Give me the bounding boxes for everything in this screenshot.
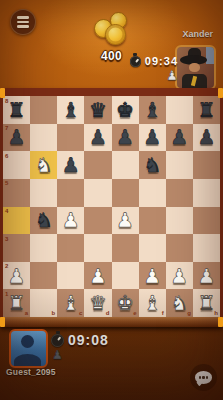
square-a6[interactable]: 6 — [3, 151, 30, 179]
board-corner-accent — [0, 317, 5, 327]
piece-white-pawn: ♟ — [62, 210, 80, 230]
square-f8[interactable]: ♝ — [139, 96, 166, 124]
square-e2[interactable] — [112, 262, 139, 290]
square-c3[interactable] — [57, 234, 84, 262]
square-b7[interactable] — [30, 124, 57, 152]
piece-white-king: ♚ — [116, 293, 134, 313]
square-a3[interactable]: 3 — [3, 234, 30, 262]
square-e4[interactable]: ♟ — [112, 207, 139, 235]
rank-label-1: 1 — [5, 291, 8, 297]
square-b6[interactable]: ♞ — [30, 151, 57, 179]
player-avatar[interactable] — [9, 329, 48, 368]
square-g1[interactable]: g♞ — [166, 289, 193, 317]
square-e3[interactable] — [112, 234, 139, 262]
square-a8[interactable]: 8♜ — [3, 96, 30, 124]
piece-black-pawn: ♟ — [143, 127, 161, 147]
square-d3[interactable] — [84, 234, 111, 262]
piece-black-bishop: ♝ — [62, 100, 80, 120]
square-b5[interactable] — [30, 179, 57, 207]
piece-black-pawn: ♟ — [170, 127, 188, 147]
square-a7[interactable]: 7♟ — [3, 124, 30, 152]
hamburger-icon — [17, 16, 29, 19]
file-label-d: d — [106, 310, 110, 316]
square-f1[interactable]: f♝ — [139, 289, 166, 317]
player-name: Guest_2095 — [6, 367, 56, 377]
file-label-f: f — [162, 310, 164, 316]
piece-white-rook: ♜ — [8, 293, 26, 313]
piece-black-pawn: ♟ — [89, 127, 107, 147]
square-f2[interactable]: ♟ — [139, 262, 166, 290]
square-a2[interactable]: 2♟ — [3, 262, 30, 290]
player-captured-black-pawn-icon: ♟ — [52, 349, 63, 361]
square-c4[interactable]: ♟ — [57, 207, 84, 235]
square-a4[interactable]: 4 — [3, 207, 30, 235]
square-d4[interactable] — [84, 207, 111, 235]
piece-white-pawn: ♟ — [170, 266, 188, 286]
piece-black-pawn: ♟ — [197, 127, 215, 147]
file-label-b: b — [52, 310, 56, 316]
piece-black-bishop: ♝ — [143, 100, 161, 120]
piece-white-pawn: ♟ — [197, 266, 215, 286]
piece-white-pawn: ♟ — [143, 266, 161, 286]
square-e7[interactable]: ♟ — [112, 124, 139, 152]
square-a5[interactable]: 5 — [3, 179, 30, 207]
file-label-e: e — [133, 310, 136, 316]
square-e5[interactable] — [112, 179, 139, 207]
rank-label-3: 3 — [5, 236, 8, 242]
piece-black-knight: ♞ — [143, 155, 161, 175]
piece-white-knight: ♞ — [35, 155, 53, 175]
rank-label-5: 5 — [5, 180, 8, 186]
square-b8[interactable] — [30, 96, 57, 124]
square-h3[interactable] — [193, 234, 220, 262]
piece-black-king: ♚ — [116, 100, 134, 120]
file-label-c: c — [79, 310, 82, 316]
player-clock: 09:08 — [51, 332, 109, 348]
square-d6[interactable] — [84, 151, 111, 179]
file-label-h: h — [214, 310, 218, 316]
board-bottom-shelf — [0, 317, 223, 327]
square-e6[interactable] — [112, 151, 139, 179]
piece-white-pawn: ♟ — [116, 210, 134, 230]
opponent-captured-white-pawn-icon: ♟ — [166, 69, 178, 82]
square-g4[interactable] — [166, 207, 193, 235]
rank-label-6: 6 — [5, 153, 8, 159]
square-d1[interactable]: d♛ — [84, 289, 111, 317]
square-c8[interactable]: ♝ — [57, 96, 84, 124]
square-c5[interactable] — [57, 179, 84, 207]
square-c1[interactable]: c♝ — [57, 289, 84, 317]
square-a1[interactable]: 1a♜ — [3, 289, 30, 317]
square-d7[interactable]: ♟ — [84, 124, 111, 152]
board-corner-accent — [218, 88, 223, 98]
piece-black-knight: ♞ — [35, 210, 53, 230]
square-b4[interactable]: ♞ — [30, 207, 57, 235]
piece-black-pawn: ♟ — [62, 155, 80, 175]
opponent-clock: 09:34 — [130, 55, 178, 67]
square-g6[interactable] — [166, 151, 193, 179]
square-c7[interactable] — [57, 124, 84, 152]
square-g8[interactable] — [166, 96, 193, 124]
stopwatch-icon — [130, 56, 141, 67]
square-b1[interactable]: b — [30, 289, 57, 317]
square-h1[interactable]: h♜ — [193, 289, 220, 317]
square-h6[interactable] — [193, 151, 220, 179]
stopwatch-icon — [51, 334, 64, 347]
square-g2[interactable]: ♟ — [166, 262, 193, 290]
piece-white-pawn: ♟ — [89, 266, 107, 286]
square-h2[interactable]: ♟ — [193, 262, 220, 290]
square-f3[interactable] — [139, 234, 166, 262]
rank-label-2: 2 — [5, 263, 8, 269]
square-f4[interactable] — [139, 207, 166, 235]
opponent-name: Xander — [182, 29, 213, 39]
file-label-a: a — [25, 310, 28, 316]
piece-white-bishop: ♝ — [62, 293, 80, 313]
square-g7[interactable]: ♟ — [166, 124, 193, 152]
piece-black-rook: ♜ — [8, 100, 26, 120]
piece-black-rook: ♜ — [197, 100, 215, 120]
menu-button[interactable] — [10, 9, 36, 35]
square-g3[interactable] — [166, 234, 193, 262]
square-e8[interactable]: ♚ — [112, 96, 139, 124]
piece-white-knight: ♞ — [170, 293, 188, 313]
board-corner-accent — [218, 317, 223, 327]
chat-bubble-icon — [195, 371, 212, 384]
square-f7[interactable]: ♟ — [139, 124, 166, 152]
square-d5[interactable] — [84, 179, 111, 207]
piece-black-pawn: ♟ — [116, 127, 134, 147]
square-f5[interactable] — [139, 179, 166, 207]
file-label-g: g — [187, 310, 191, 316]
square-f6[interactable]: ♞ — [139, 151, 166, 179]
square-d8[interactable]: ♛ — [84, 96, 111, 124]
square-h8[interactable]: ♜ — [193, 96, 220, 124]
piece-white-pawn: ♟ — [8, 266, 26, 286]
game-screen: 400 Xander 09:34 ♟ 8♜♝♛♚♝♜7♟♟♟♟♟♟6♞♟♞54♞… — [0, 0, 223, 400]
rank-label-8: 8 — [5, 98, 8, 104]
square-c6[interactable]: ♟ — [57, 151, 84, 179]
board-corner-accent — [0, 88, 5, 98]
board-squares: 8♜♝♛♚♝♜7♟♟♟♟♟♟6♞♟♞54♞♟♟32♟♟♟♟♟1a♜bc♝d♛e♚… — [3, 96, 220, 317]
opponent-avatar[interactable] — [175, 45, 216, 90]
square-b2[interactable] — [30, 262, 57, 290]
rank-label-4: 4 — [5, 208, 8, 214]
square-d2[interactable]: ♟ — [84, 262, 111, 290]
piece-white-queen: ♛ — [89, 293, 107, 313]
chat-button[interactable] — [190, 364, 217, 391]
square-b3[interactable] — [30, 234, 57, 262]
piece-white-rook: ♜ — [197, 293, 215, 313]
square-h5[interactable] — [193, 179, 220, 207]
square-h7[interactable]: ♟ — [193, 124, 220, 152]
square-g5[interactable] — [166, 179, 193, 207]
piece-black-queen: ♛ — [89, 100, 107, 120]
square-c2[interactable] — [57, 262, 84, 290]
square-h4[interactable] — [193, 207, 220, 235]
rank-label-7: 7 — [5, 125, 8, 131]
piece-white-bishop: ♝ — [143, 293, 161, 313]
chess-board: 8♜♝♛♚♝♜7♟♟♟♟♟♟6♞♟♞54♞♟♟32♟♟♟♟♟1a♜bc♝d♛e♚… — [0, 88, 223, 327]
piece-black-pawn: ♟ — [8, 127, 26, 147]
square-e1[interactable]: e♚ — [112, 289, 139, 317]
gold-coins-icon — [93, 12, 135, 48]
